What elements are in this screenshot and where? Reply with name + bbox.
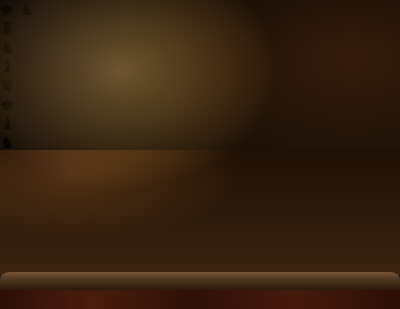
table-front-panel [0,290,400,309]
scene-photo: ♚ ♞ ♜♞♝♛♚♝♞♜♟♟♟♟♟♟♟♟♟♟♟♟♟♟♟♟♜♞♝♛♚♝♞♜ [0,0,400,309]
table-edge [0,272,400,292]
lamp-shade [0,0,174,72]
